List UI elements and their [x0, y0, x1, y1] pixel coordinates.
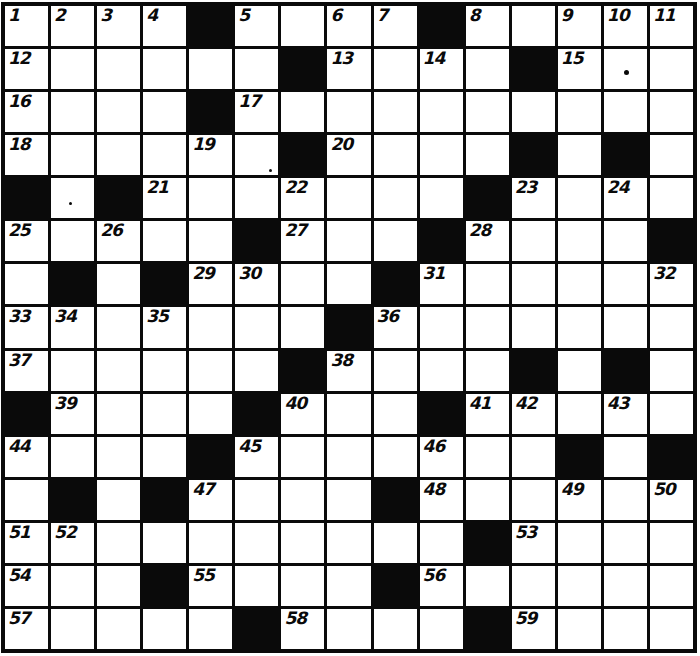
white-cell[interactable]: 35	[143, 307, 186, 347]
black-cell	[604, 135, 647, 175]
white-cell[interactable]	[650, 178, 693, 218]
white-cell[interactable]: 16	[5, 92, 48, 132]
ink-dot	[624, 70, 629, 75]
clue-number: 35	[146, 307, 168, 326]
black-cell	[512, 351, 555, 391]
clue-number: 16	[8, 92, 30, 111]
white-cell[interactable]	[604, 221, 647, 261]
black-cell	[466, 609, 509, 649]
white-cell[interactable]	[466, 92, 509, 132]
white-cell[interactable]: 7	[374, 6, 417, 46]
clue-number: 19	[192, 135, 214, 154]
clue-number: 45	[238, 437, 260, 456]
white-cell[interactable]	[143, 135, 186, 175]
white-cell[interactable]	[512, 437, 555, 477]
white-cell[interactable]	[650, 49, 693, 89]
white-cell[interactable]: 58	[281, 609, 324, 649]
clue-number: 58	[284, 609, 306, 628]
white-cell[interactable]	[143, 92, 186, 132]
white-cell[interactable]	[466, 437, 509, 477]
white-cell[interactable]: 53	[512, 523, 555, 563]
clue-number: 59	[515, 609, 537, 628]
white-cell[interactable]	[604, 480, 647, 520]
clue-number: 14	[423, 49, 445, 68]
clue-number: 43	[607, 394, 629, 413]
black-cell	[281, 351, 324, 391]
clue-number: 13	[330, 49, 352, 68]
clue-number: 31	[423, 264, 445, 283]
white-cell[interactable]	[143, 221, 186, 261]
white-cell[interactable]: 6	[327, 6, 370, 46]
white-cell[interactable]	[5, 264, 48, 304]
black-cell	[5, 394, 48, 434]
white-cell[interactable]	[512, 480, 555, 520]
white-cell[interactable]: 50	[650, 480, 693, 520]
white-cell[interactable]	[327, 437, 370, 477]
white-cell[interactable]: 55	[189, 566, 232, 606]
white-cell[interactable]: 27	[281, 221, 324, 261]
white-cell[interactable]	[327, 609, 370, 649]
white-cell[interactable]	[51, 49, 94, 89]
black-cell	[281, 135, 324, 175]
white-cell[interactable]: 39	[51, 394, 94, 434]
clue-number: 53	[515, 523, 537, 542]
black-cell	[97, 178, 140, 218]
white-cell[interactable]	[327, 394, 370, 434]
white-cell[interactable]: 25	[5, 221, 48, 261]
white-cell[interactable]	[281, 566, 324, 606]
white-cell[interactable]	[189, 49, 232, 89]
white-cell[interactable]	[143, 437, 186, 477]
clue-number: 49	[561, 480, 583, 499]
clue-number: 51	[8, 523, 30, 542]
white-cell[interactable]	[143, 394, 186, 434]
black-cell	[235, 609, 278, 649]
white-cell[interactable]	[327, 480, 370, 520]
white-cell[interactable]	[420, 523, 463, 563]
black-cell	[143, 566, 186, 606]
white-cell[interactable]: 57	[5, 609, 48, 649]
white-cell[interactable]	[558, 351, 601, 391]
white-cell[interactable]	[51, 351, 94, 391]
white-cell[interactable]	[558, 307, 601, 347]
white-cell[interactable]	[604, 566, 647, 606]
black-cell	[420, 6, 463, 46]
white-cell[interactable]: 37	[5, 351, 48, 391]
clue-number: 48	[423, 480, 445, 499]
clue-number: 23	[515, 178, 537, 197]
white-cell[interactable]	[650, 566, 693, 606]
white-cell[interactable]	[189, 523, 232, 563]
white-cell[interactable]	[604, 49, 647, 89]
white-cell[interactable]	[420, 351, 463, 391]
white-cell[interactable]	[604, 92, 647, 132]
white-cell[interactable]	[558, 264, 601, 304]
white-cell[interactable]	[281, 437, 324, 477]
white-cell[interactable]	[420, 609, 463, 649]
white-cell[interactable]	[97, 523, 140, 563]
white-cell[interactable]: 2	[51, 6, 94, 46]
white-cell[interactable]	[420, 178, 463, 218]
white-cell[interactable]	[650, 609, 693, 649]
white-cell[interactable]	[420, 135, 463, 175]
white-cell[interactable]	[604, 523, 647, 563]
clue-number: 57	[8, 609, 30, 628]
white-cell[interactable]	[374, 92, 417, 132]
white-cell[interactable]	[189, 351, 232, 391]
white-cell[interactable]	[235, 307, 278, 347]
white-cell[interactable]: 44	[5, 437, 48, 477]
clue-number: 56	[423, 566, 445, 585]
white-cell[interactable]	[235, 566, 278, 606]
clue-number: 28	[469, 221, 491, 240]
white-cell[interactable]	[374, 437, 417, 477]
white-cell[interactable]	[97, 566, 140, 606]
white-cell[interactable]	[466, 49, 509, 89]
white-cell[interactable]: 10	[604, 6, 647, 46]
black-cell	[235, 394, 278, 434]
white-cell[interactable]	[512, 92, 555, 132]
black-cell	[189, 6, 232, 46]
white-cell[interactable]	[235, 49, 278, 89]
clue-number: 54	[8, 566, 30, 585]
white-cell[interactable]: 26	[97, 221, 140, 261]
white-cell[interactable]	[189, 307, 232, 347]
white-cell[interactable]	[143, 351, 186, 391]
black-cell	[512, 135, 555, 175]
clue-number: 33	[8, 307, 30, 326]
white-cell[interactable]: 22	[281, 178, 324, 218]
white-cell[interactable]	[512, 307, 555, 347]
clue-number: 52	[54, 523, 76, 542]
white-cell[interactable]	[235, 480, 278, 520]
white-cell[interactable]	[604, 264, 647, 304]
white-cell[interactable]: 47	[189, 480, 232, 520]
white-cell[interactable]: 49	[558, 480, 601, 520]
white-cell[interactable]	[650, 307, 693, 347]
white-cell[interactable]	[327, 566, 370, 606]
white-cell[interactable]: 19	[189, 135, 232, 175]
black-cell	[51, 264, 94, 304]
black-cell	[143, 480, 186, 520]
white-cell[interactable]	[327, 264, 370, 304]
white-cell[interactable]	[327, 178, 370, 218]
clue-number: 40	[284, 394, 306, 413]
white-cell[interactable]: 11	[650, 6, 693, 46]
white-cell[interactable]: 24	[604, 178, 647, 218]
clue-number: 25	[8, 221, 30, 240]
black-cell	[189, 437, 232, 477]
white-cell[interactable]	[466, 351, 509, 391]
white-cell[interactable]: 9	[558, 6, 601, 46]
white-cell[interactable]	[281, 523, 324, 563]
white-cell[interactable]: 13	[327, 49, 370, 89]
white-cell[interactable]	[189, 394, 232, 434]
white-cell[interactable]	[512, 6, 555, 46]
white-cell[interactable]	[189, 221, 232, 261]
white-cell[interactable]: 30	[235, 264, 278, 304]
white-cell[interactable]	[97, 49, 140, 89]
white-cell[interactable]: 31	[420, 264, 463, 304]
white-cell[interactable]	[512, 264, 555, 304]
white-cell[interactable]: 29	[189, 264, 232, 304]
white-cell[interactable]	[281, 92, 324, 132]
ink-dot	[69, 202, 72, 205]
white-cell[interactable]: 59	[512, 609, 555, 649]
white-cell[interactable]	[558, 221, 601, 261]
white-cell[interactable]	[51, 221, 94, 261]
white-cell[interactable]: 21	[143, 178, 186, 218]
white-cell[interactable]	[374, 221, 417, 261]
white-cell[interactable]	[51, 609, 94, 649]
black-cell	[512, 49, 555, 89]
white-cell[interactable]: 54	[5, 566, 48, 606]
white-cell[interactable]: 46	[420, 437, 463, 477]
black-cell	[558, 437, 601, 477]
white-cell[interactable]: 18	[5, 135, 48, 175]
white-cell[interactable]	[143, 49, 186, 89]
black-cell	[420, 394, 463, 434]
white-cell[interactable]: 20	[327, 135, 370, 175]
black-cell	[189, 92, 232, 132]
white-cell[interactable]	[281, 307, 324, 347]
white-cell[interactable]	[466, 566, 509, 606]
white-cell[interactable]: 23	[512, 178, 555, 218]
clue-number: 2	[54, 6, 65, 25]
white-cell[interactable]	[604, 437, 647, 477]
clue-number: 10	[607, 6, 629, 25]
black-cell	[466, 523, 509, 563]
white-cell[interactable]	[235, 351, 278, 391]
clue-number: 11	[653, 6, 675, 25]
white-cell[interactable]	[374, 523, 417, 563]
white-cell[interactable]	[281, 264, 324, 304]
clue-number: 22	[284, 178, 306, 197]
white-cell[interactable]	[374, 49, 417, 89]
white-cell[interactable]	[420, 92, 463, 132]
black-cell	[650, 437, 693, 477]
black-cell	[143, 264, 186, 304]
black-cell	[420, 221, 463, 261]
clue-number: 39	[54, 394, 76, 413]
clue-number: 24	[607, 178, 629, 197]
black-cell	[466, 178, 509, 218]
white-cell[interactable]: 42	[512, 394, 555, 434]
white-cell[interactable]: 5	[235, 6, 278, 46]
white-cell[interactable]	[466, 480, 509, 520]
black-cell	[51, 480, 94, 520]
clue-number: 6	[330, 6, 341, 25]
clue-number: 21	[146, 178, 168, 197]
white-cell[interactable]: 17	[235, 92, 278, 132]
white-cell[interactable]	[97, 609, 140, 649]
clue-number: 5	[238, 6, 249, 25]
white-cell[interactable]	[51, 437, 94, 477]
clue-number: 37	[8, 351, 30, 370]
clue-number: 15	[561, 49, 583, 68]
white-cell[interactable]	[650, 394, 693, 434]
white-cell[interactable]	[558, 92, 601, 132]
white-cell[interactable]	[143, 523, 186, 563]
clue-number: 32	[653, 264, 675, 283]
black-cell	[5, 178, 48, 218]
white-cell[interactable]: 38	[327, 351, 370, 391]
white-cell[interactable]	[51, 178, 94, 218]
white-cell[interactable]: 4	[143, 6, 186, 46]
clue-number: 46	[423, 437, 445, 456]
white-cell[interactable]: 43	[604, 394, 647, 434]
clue-number: 8	[469, 6, 480, 25]
clue-number: 29	[192, 264, 214, 283]
black-cell	[281, 49, 324, 89]
white-cell[interactable]	[97, 307, 140, 347]
white-cell[interactable]	[97, 480, 140, 520]
white-cell[interactable]	[558, 523, 601, 563]
white-cell[interactable]: 28	[466, 221, 509, 261]
clue-number: 12	[8, 49, 30, 68]
black-cell	[374, 566, 417, 606]
white-cell[interactable]	[558, 609, 601, 649]
black-cell	[235, 221, 278, 261]
clue-number: 9	[561, 6, 572, 25]
white-cell[interactable]	[97, 394, 140, 434]
white-cell[interactable]	[235, 135, 278, 175]
white-cell[interactable]	[327, 221, 370, 261]
white-cell[interactable]	[512, 566, 555, 606]
white-cell[interactable]: 1	[5, 6, 48, 46]
black-cell	[327, 307, 370, 347]
white-cell[interactable]	[466, 264, 509, 304]
clue-number: 38	[330, 351, 352, 370]
white-cell[interactable]	[374, 135, 417, 175]
white-cell[interactable]: 52	[51, 523, 94, 563]
black-cell	[604, 351, 647, 391]
white-cell[interactable]	[281, 480, 324, 520]
white-cell[interactable]	[374, 351, 417, 391]
white-cell[interactable]	[5, 480, 48, 520]
white-cell[interactable]	[650, 92, 693, 132]
white-cell[interactable]: 48	[420, 480, 463, 520]
white-cell[interactable]	[97, 351, 140, 391]
white-cell[interactable]: 51	[5, 523, 48, 563]
crossword-grid: 1234567891011121314151617181920212223242…	[1, 2, 697, 653]
white-cell[interactable]	[97, 264, 140, 304]
white-cell[interactable]: 33	[5, 307, 48, 347]
white-cell[interactable]	[51, 135, 94, 175]
white-cell[interactable]	[604, 609, 647, 649]
white-cell[interactable]	[374, 178, 417, 218]
white-cell[interactable]: 8	[466, 6, 509, 46]
clue-number: 55	[192, 566, 214, 585]
clue-number: 27	[284, 221, 306, 240]
white-cell[interactable]: 34	[51, 307, 94, 347]
clue-number: 34	[54, 307, 76, 326]
white-cell[interactable]	[51, 566, 94, 606]
clue-number: 26	[100, 221, 122, 240]
white-cell[interactable]	[466, 307, 509, 347]
clue-number: 1	[8, 6, 19, 25]
clue-number: 41	[469, 394, 491, 413]
clue-number: 44	[8, 437, 30, 456]
white-cell[interactable]	[512, 221, 555, 261]
white-cell[interactable]	[604, 307, 647, 347]
white-cell[interactable]	[650, 351, 693, 391]
white-cell[interactable]: 32	[650, 264, 693, 304]
white-cell[interactable]: 12	[5, 49, 48, 89]
clue-number: 18	[8, 135, 30, 154]
white-cell[interactable]	[558, 394, 601, 434]
clue-number: 47	[192, 480, 214, 499]
white-cell[interactable]	[97, 437, 140, 477]
white-cell[interactable]: 14	[420, 49, 463, 89]
white-cell[interactable]	[558, 135, 601, 175]
white-cell[interactable]	[374, 394, 417, 434]
white-cell[interactable]	[143, 609, 186, 649]
white-cell[interactable]	[374, 609, 417, 649]
white-cell[interactable]	[189, 609, 232, 649]
clue-number: 7	[377, 6, 388, 25]
clue-number: 36	[377, 307, 399, 326]
white-cell[interactable]: 15	[558, 49, 601, 89]
white-cell[interactable]: 36	[374, 307, 417, 347]
white-cell[interactable]: 3	[97, 6, 140, 46]
black-cell	[374, 480, 417, 520]
clue-number: 17	[238, 92, 260, 111]
white-cell[interactable]: 45	[235, 437, 278, 477]
clue-number: 30	[238, 264, 260, 283]
white-cell[interactable]	[327, 92, 370, 132]
white-cell[interactable]	[235, 523, 278, 563]
white-cell[interactable]	[51, 92, 94, 132]
white-cell[interactable]	[558, 566, 601, 606]
clue-number: 4	[146, 6, 157, 25]
white-cell[interactable]	[235, 178, 278, 218]
ink-dot	[269, 169, 272, 172]
clue-number: 20	[330, 135, 352, 154]
white-cell[interactable]	[558, 178, 601, 218]
black-cell	[650, 221, 693, 261]
white-cell[interactable]	[97, 135, 140, 175]
clue-number: 3	[100, 6, 111, 25]
white-cell[interactable]	[650, 523, 693, 563]
white-cell[interactable]	[281, 6, 324, 46]
white-cell[interactable]: 41	[466, 394, 509, 434]
white-cell[interactable]	[97, 92, 140, 132]
white-cell[interactable]	[327, 523, 370, 563]
white-cell[interactable]: 40	[281, 394, 324, 434]
white-cell[interactable]	[650, 135, 693, 175]
clue-number: 50	[653, 480, 675, 499]
white-cell[interactable]: 56	[420, 566, 463, 606]
white-cell[interactable]	[420, 307, 463, 347]
clue-number: 42	[515, 394, 537, 413]
white-cell[interactable]	[189, 178, 232, 218]
white-cell[interactable]	[466, 135, 509, 175]
black-cell	[374, 264, 417, 304]
